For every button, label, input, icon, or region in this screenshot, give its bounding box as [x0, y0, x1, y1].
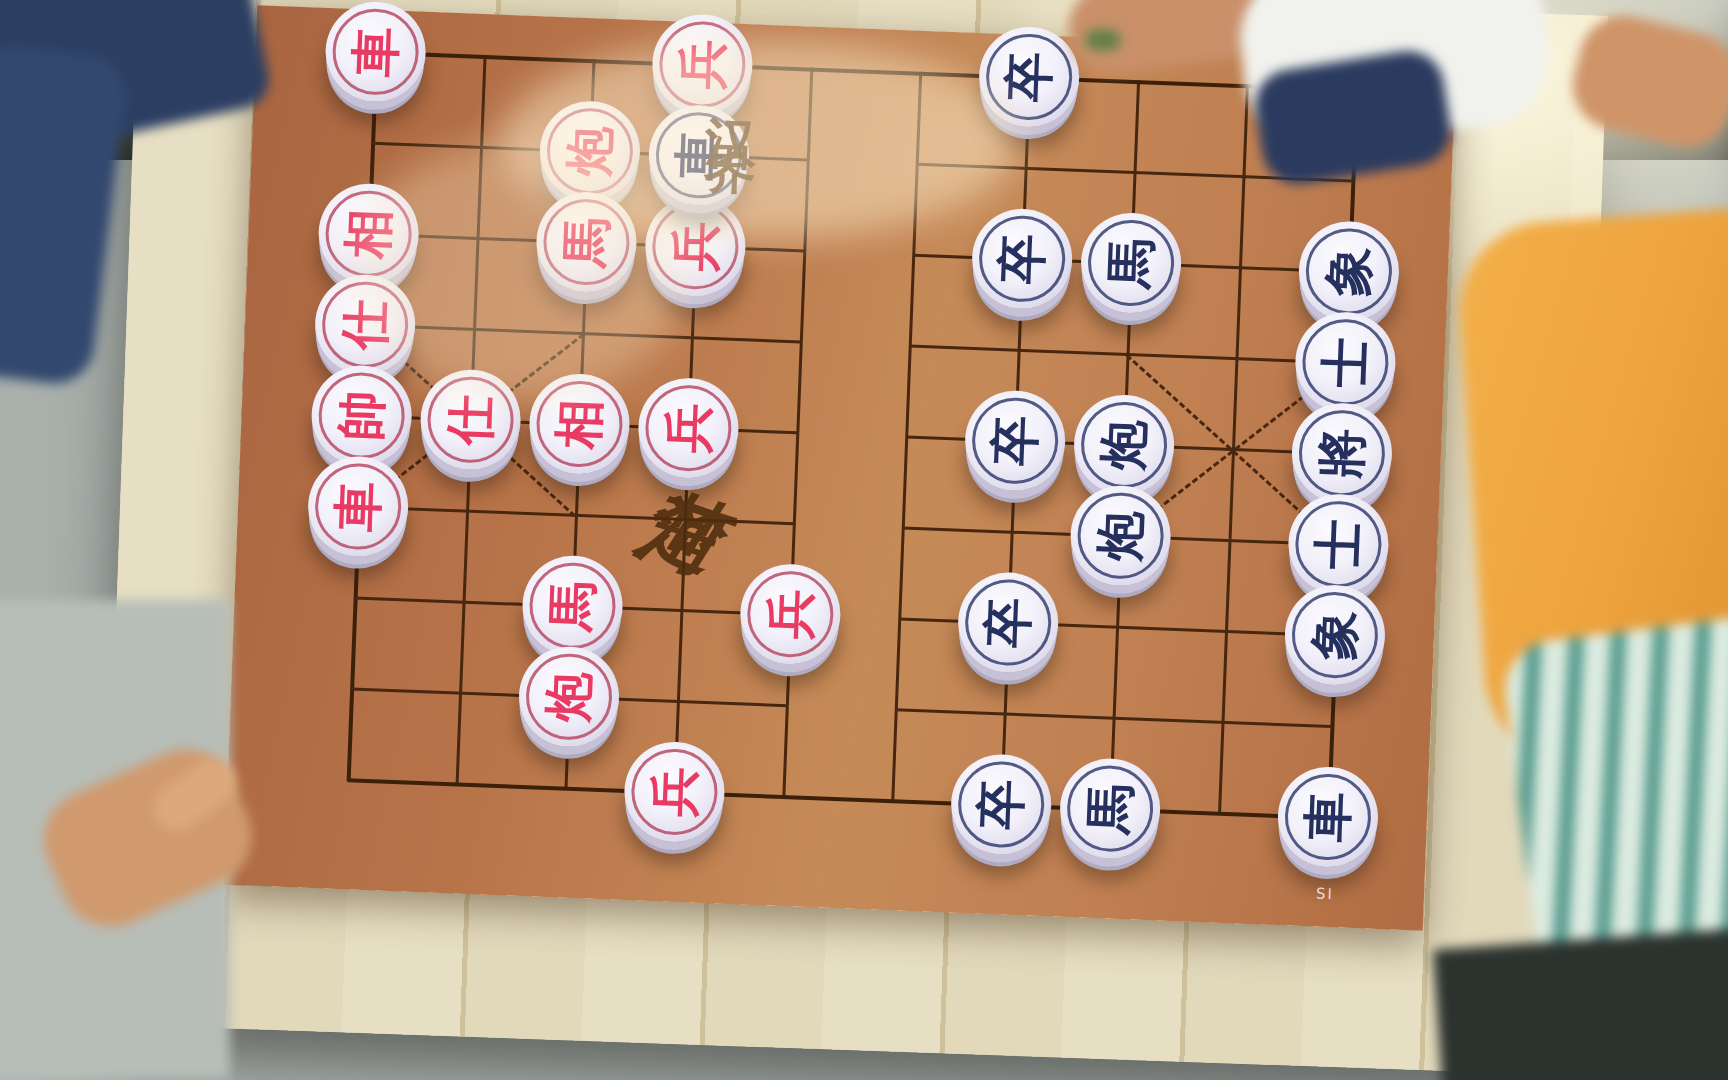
piece-character: 兵: [644, 194, 748, 298]
piece-red-兵[interactable]: 兵: [644, 194, 748, 298]
piece-character: 卒: [963, 389, 1067, 493]
outdoor-xiangqi-photo: { "game": "xiangqi (Chinese chess), casu…: [0, 0, 1728, 1080]
piece-character: 帥: [310, 364, 414, 468]
video-watermark: SI: [1316, 885, 1335, 904]
point-marker: [662, 590, 701, 629]
piece-red-車[interactable]: 車: [324, 0, 428, 104]
piece-character: 士: [1287, 492, 1391, 596]
piece-black-炮[interactable]: 炮: [1072, 393, 1176, 497]
piece-red-炮[interactable]: 炮: [538, 99, 642, 203]
piece-red-馬[interactable]: 馬: [535, 190, 639, 294]
piece-red-相[interactable]: 相: [317, 182, 421, 286]
piece-character: 相: [528, 372, 632, 476]
xiangqi-grid: 車相仕帥車仕炮馬相馬炮兵兵兵兵兵車卒卒卒卒卒馬炮炮馬象士將士象車: [348, 52, 1356, 817]
piece-red-帥[interactable]: 帥: [310, 364, 414, 468]
piece-red-兵[interactable]: 兵: [623, 740, 727, 844]
piece-black-象[interactable]: 象: [1297, 220, 1401, 324]
piece-red-仕[interactable]: 仕: [419, 368, 523, 472]
piece-character: 相: [317, 182, 421, 286]
point-marker: [1115, 152, 1154, 191]
river-label-hanjie: 汉界: [697, 74, 769, 134]
piece-red-車[interactable]: 車: [306, 455, 410, 559]
piece-character: 馬: [521, 554, 625, 658]
denim-leg-left: [0, 42, 130, 388]
piece-black-卒[interactable]: 卒: [977, 25, 1081, 129]
piece-character: 炮: [538, 99, 642, 203]
point-marker: [1094, 698, 1133, 737]
piece-red-兵[interactable]: 兵: [738, 562, 842, 666]
piece-red-馬[interactable]: 馬: [521, 554, 625, 658]
held-object: [1086, 30, 1120, 50]
piece-character: 炮: [517, 645, 621, 749]
piece-black-卒[interactable]: 卒: [956, 571, 1060, 675]
piece-black-炮[interactable]: 炮: [1069, 484, 1173, 588]
piece-character: 炮: [1072, 393, 1176, 497]
piece-character: 象: [1283, 583, 1387, 687]
piece-character: 車: [306, 455, 410, 559]
piece-character: 卒: [977, 25, 1081, 129]
piece-black-卒[interactable]: 卒: [963, 389, 1067, 493]
piece-character: 卒: [949, 753, 1053, 857]
piece-red-相[interactable]: 相: [528, 372, 632, 476]
piece-character: 士: [1294, 310, 1398, 414]
piece-character: 炮: [1069, 484, 1173, 588]
piece-black-將[interactable]: 將: [1290, 401, 1394, 505]
piece-character: 卒: [970, 207, 1074, 311]
piece-character: 象: [1297, 220, 1401, 324]
grid-line: [348, 778, 1328, 820]
piece-red-炮[interactable]: 炮: [517, 645, 621, 749]
piece-character: 卒: [956, 571, 1060, 675]
piece-character: 車: [324, 0, 428, 104]
piece-character: 馬: [1058, 757, 1162, 861]
piece-black-馬[interactable]: 馬: [1079, 211, 1183, 315]
piece-black-士[interactable]: 士: [1294, 310, 1398, 414]
piece-character: 兵: [738, 562, 842, 666]
piece-character: 車: [1276, 765, 1380, 869]
piece-character: 馬: [535, 190, 639, 294]
piece-character: 仕: [419, 368, 523, 472]
piece-black-象[interactable]: 象: [1283, 583, 1387, 687]
piece-character: 馬: [1079, 211, 1183, 315]
piece-character: 將: [1290, 401, 1394, 505]
piece-black-卒[interactable]: 卒: [970, 207, 1074, 311]
piece-black-馬[interactable]: 馬: [1058, 757, 1162, 861]
piece-black-士[interactable]: 士: [1287, 492, 1391, 596]
piece-character: 兵: [623, 740, 727, 844]
piece-character: 仕: [313, 273, 417, 377]
piece-black-卒[interactable]: 卒: [949, 753, 1053, 857]
piece-red-仕[interactable]: 仕: [313, 273, 417, 377]
piece-black-車[interactable]: 車: [1276, 765, 1380, 869]
